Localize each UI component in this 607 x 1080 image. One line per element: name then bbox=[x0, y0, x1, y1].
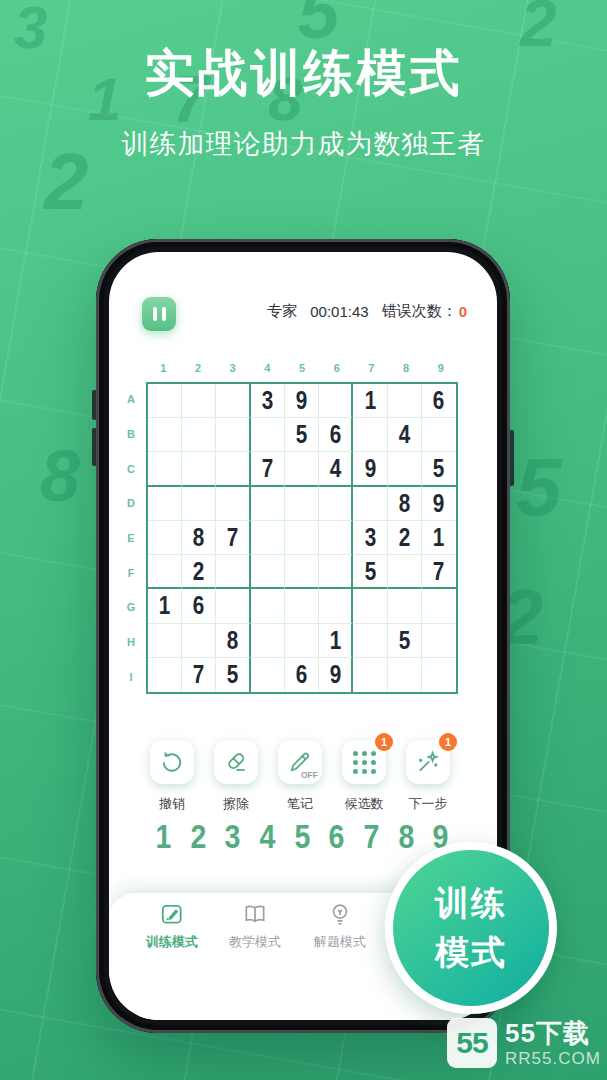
sudoku-cell-D1[interactable] bbox=[148, 487, 182, 521]
sudoku-cell-A1[interactable] bbox=[148, 384, 182, 418]
page-title: 实战训练模式 bbox=[0, 40, 607, 107]
watermark-logo: 55 bbox=[447, 1018, 497, 1068]
cell-value: 1 bbox=[159, 591, 171, 621]
column-label: 8 bbox=[389, 362, 424, 374]
sudoku-cell-B7[interactable] bbox=[353, 418, 387, 452]
sudoku-cell-H7[interactable] bbox=[353, 624, 387, 658]
erase-label: 擦除 bbox=[223, 795, 249, 813]
row-label: A bbox=[121, 382, 141, 417]
cell-value: 4 bbox=[329, 454, 341, 484]
sudoku-cell-E8[interactable]: 2 bbox=[388, 521, 422, 555]
fab-line1: 训练 bbox=[435, 879, 507, 928]
sudoku-cell-A5[interactable]: 9 bbox=[285, 384, 319, 418]
cell-value: 5 bbox=[296, 420, 308, 450]
sudoku-cell-H3[interactable]: 8 bbox=[216, 624, 250, 658]
candidates-button[interactable]: 1 bbox=[342, 740, 386, 784]
tab-solving-label: 解题模式 bbox=[314, 933, 366, 951]
cell-value: 5 bbox=[227, 660, 239, 690]
cell-value: 1 bbox=[329, 625, 341, 655]
sudoku-cell-C5[interactable] bbox=[285, 452, 319, 486]
column-label: 6 bbox=[319, 362, 354, 374]
notes-state: OFF bbox=[301, 770, 318, 780]
sudoku-cell-I4[interactable] bbox=[251, 658, 285, 692]
cell-value: 1 bbox=[433, 523, 445, 553]
sudoku-cell-G1[interactable]: 1 bbox=[148, 589, 182, 623]
sudoku-cell-H8[interactable]: 5 bbox=[388, 624, 422, 658]
sudoku-cell-D4[interactable] bbox=[251, 487, 285, 521]
background-digit: 8 bbox=[40, 440, 80, 512]
cell-value: 4 bbox=[398, 420, 410, 450]
sudoku-cell-E6[interactable] bbox=[319, 521, 353, 555]
watermark-title: 55下载 bbox=[505, 1016, 590, 1051]
column-labels: 123456789 bbox=[146, 362, 458, 374]
eraser-icon bbox=[223, 749, 249, 775]
row-label: G bbox=[121, 590, 141, 625]
row-label: C bbox=[121, 451, 141, 486]
cell-value: 9 bbox=[364, 454, 376, 484]
sudoku-cell-C1[interactable] bbox=[148, 452, 182, 486]
sudoku-cell-B4[interactable] bbox=[251, 418, 285, 452]
timer: 00:01:43 bbox=[310, 303, 368, 320]
cell-value: 7 bbox=[193, 660, 205, 690]
sudoku-cell-G6[interactable] bbox=[319, 589, 353, 623]
sudoku-cell-G7[interactable] bbox=[353, 589, 387, 623]
sudoku-cell-G4[interactable] bbox=[251, 589, 285, 623]
sudoku-cell-H2[interactable] bbox=[182, 624, 216, 658]
sudoku-cell-A3[interactable] bbox=[216, 384, 250, 418]
sudoku-cell-A4[interactable]: 3 bbox=[251, 384, 285, 418]
row-label: B bbox=[121, 417, 141, 452]
column-label: 3 bbox=[215, 362, 250, 374]
undo-button[interactable] bbox=[150, 740, 194, 784]
cell-value: 5 bbox=[433, 454, 445, 484]
magic-wand-icon bbox=[415, 749, 441, 775]
sudoku-cell-F6[interactable] bbox=[319, 555, 353, 589]
sudoku-cell-D6[interactable] bbox=[319, 487, 353, 521]
sudoku-cell-E3[interactable]: 7 bbox=[216, 521, 250, 555]
sudoku-cell-F9[interactable]: 7 bbox=[422, 555, 456, 589]
sudoku-cell-B1[interactable] bbox=[148, 418, 182, 452]
sudoku-cell-I6[interactable]: 9 bbox=[319, 658, 353, 692]
sudoku-cell-F8[interactable] bbox=[388, 555, 422, 589]
tab-teaching-label: 教学模式 bbox=[229, 933, 281, 951]
sudoku-cell-C9[interactable]: 5 bbox=[422, 452, 456, 486]
sudoku-cell-A8[interactable] bbox=[388, 384, 422, 418]
background-digit: 5 bbox=[516, 446, 562, 528]
sudoku-cell-E7[interactable]: 3 bbox=[353, 521, 387, 555]
numpad-8[interactable]: 8 bbox=[390, 819, 422, 857]
row-label: H bbox=[121, 625, 141, 660]
tab-solving-mode[interactable]: 解题模式 bbox=[300, 901, 380, 951]
column-label: 1 bbox=[146, 362, 181, 374]
book-icon bbox=[242, 901, 268, 927]
mistakes-label: 错误次数： bbox=[382, 302, 457, 321]
candidates-tool: 1 候选数 bbox=[332, 740, 396, 813]
candidates-label: 候选数 bbox=[345, 795, 384, 813]
pencil-square-icon bbox=[159, 901, 185, 927]
sudoku-cell-F3[interactable] bbox=[216, 555, 250, 589]
column-label: 5 bbox=[285, 362, 320, 374]
sudoku-cell-D3[interactable] bbox=[216, 487, 250, 521]
training-mode-fab[interactable]: 训练 模式 bbox=[385, 842, 557, 1014]
sudoku-cell-H5[interactable] bbox=[285, 624, 319, 658]
undo-icon bbox=[159, 749, 185, 775]
sudoku-cell-I1[interactable] bbox=[148, 658, 182, 692]
sudoku-cell-C7[interactable]: 9 bbox=[353, 452, 387, 486]
row-label: I bbox=[121, 659, 141, 694]
status-bar: 专家 00:01:43 错误次数： 0 bbox=[267, 302, 467, 321]
cell-value: 5 bbox=[398, 625, 410, 655]
sudoku-cell-I2[interactable]: 7 bbox=[182, 658, 216, 692]
sudoku-cell-C3[interactable] bbox=[216, 452, 250, 486]
column-label: 4 bbox=[250, 362, 285, 374]
sudoku-cell-G5[interactable] bbox=[285, 589, 319, 623]
tab-training-mode[interactable]: 训练模式 bbox=[132, 901, 212, 951]
sudoku-cell-D7[interactable] bbox=[353, 487, 387, 521]
sudoku-cell-H9[interactable] bbox=[422, 624, 456, 658]
sudoku-grid: 391656474958987321257168157569 bbox=[146, 382, 458, 694]
sudoku-cell-B5[interactable]: 5 bbox=[285, 418, 319, 452]
sudoku-cell-F1[interactable] bbox=[148, 555, 182, 589]
sudoku-cell-C4[interactable]: 7 bbox=[251, 452, 285, 486]
next-step-label: 下一步 bbox=[409, 795, 448, 813]
cell-value: 7 bbox=[227, 523, 239, 553]
sudoku-cell-D9[interactable]: 9 bbox=[422, 487, 456, 521]
sudoku-cell-G9[interactable] bbox=[422, 589, 456, 623]
sudoku-cell-B3[interactable] bbox=[216, 418, 250, 452]
sudoku-cell-E4[interactable] bbox=[251, 521, 285, 555]
sudoku-cell-I3[interactable]: 5 bbox=[216, 658, 250, 692]
next-step-tool: 1 下一步 bbox=[396, 740, 460, 813]
sudoku-cell-G8[interactable] bbox=[388, 589, 422, 623]
undo-label: 撤销 bbox=[159, 795, 185, 813]
numpad-3[interactable]: 3 bbox=[217, 819, 249, 857]
sudoku-cell-E2[interactable]: 8 bbox=[182, 521, 216, 555]
sudoku-cell-D2[interactable] bbox=[182, 487, 216, 521]
cell-value: 9 bbox=[296, 386, 308, 416]
notes-label: 笔记 bbox=[287, 795, 313, 813]
sudoku-cell-C8[interactable] bbox=[388, 452, 422, 486]
cell-value: 9 bbox=[433, 488, 445, 518]
cell-value: 9 bbox=[329, 660, 341, 690]
sudoku-cell-F4[interactable] bbox=[251, 555, 285, 589]
page-subtitle: 训练加理论助力成为数独王者 bbox=[0, 126, 607, 162]
sudoku-cell-G2[interactable]: 6 bbox=[182, 589, 216, 623]
cell-value: 8 bbox=[193, 523, 205, 553]
column-label: 2 bbox=[181, 362, 216, 374]
sudoku-cell-F2[interactable]: 2 bbox=[182, 555, 216, 589]
pause-icon bbox=[162, 307, 166, 321]
sudoku-cell-F7[interactable]: 5 bbox=[353, 555, 387, 589]
sudoku-cell-I9[interactable] bbox=[422, 658, 456, 692]
sudoku-cell-G3[interactable] bbox=[216, 589, 250, 623]
numpad-6[interactable]: 6 bbox=[321, 819, 353, 857]
sudoku-cell-B2[interactable] bbox=[182, 418, 216, 452]
next-step-badge: 1 bbox=[439, 733, 457, 751]
cell-value: 5 bbox=[364, 556, 376, 586]
sudoku-cell-I7[interactable] bbox=[353, 658, 387, 692]
sudoku-cell-E1[interactable] bbox=[148, 521, 182, 555]
row-labels: ABCDEFGHI bbox=[121, 382, 141, 694]
candidates-grid-icon bbox=[353, 751, 376, 774]
fab-line2: 模式 bbox=[435, 928, 507, 977]
cell-value: 7 bbox=[261, 454, 273, 484]
numpad-1[interactable]: 1 bbox=[147, 819, 179, 857]
numpad-4[interactable]: 4 bbox=[251, 819, 283, 857]
undo-tool: 撤销 bbox=[140, 740, 204, 813]
sudoku-cell-F5[interactable] bbox=[285, 555, 319, 589]
row-label: F bbox=[121, 555, 141, 590]
cell-value: 3 bbox=[261, 386, 273, 416]
sudoku-cell-B6[interactable]: 6 bbox=[319, 418, 353, 452]
pause-button[interactable] bbox=[142, 297, 176, 331]
sudoku-cell-A2[interactable] bbox=[182, 384, 216, 418]
cell-value: 3 bbox=[364, 523, 376, 553]
difficulty-label: 专家 bbox=[267, 302, 297, 321]
sudoku-cell-I5[interactable]: 6 bbox=[285, 658, 319, 692]
sudoku-cell-C2[interactable] bbox=[182, 452, 216, 486]
mistakes-count: 0 bbox=[459, 303, 467, 320]
sudoku-cell-E9[interactable]: 1 bbox=[422, 521, 456, 555]
sudoku-cell-D5[interactable] bbox=[285, 487, 319, 521]
cell-value: 6 bbox=[433, 386, 445, 416]
column-label: 7 bbox=[354, 362, 389, 374]
tab-teaching-mode[interactable]: 教学模式 bbox=[215, 901, 295, 951]
pause-icon bbox=[153, 307, 157, 321]
lightbulb-icon bbox=[327, 901, 353, 927]
erase-tool: 擦除 bbox=[204, 740, 268, 813]
sudoku-cell-D8[interactable]: 8 bbox=[388, 487, 422, 521]
candidates-badge: 1 bbox=[375, 733, 393, 751]
numpad-7[interactable]: 7 bbox=[355, 819, 387, 857]
sudoku-cell-A7[interactable]: 1 bbox=[353, 384, 387, 418]
next-step-button[interactable]: 1 bbox=[406, 740, 450, 784]
numpad-2[interactable]: 2 bbox=[182, 819, 214, 857]
cell-value: 6 bbox=[296, 660, 308, 690]
row-label: E bbox=[121, 521, 141, 556]
cell-value: 6 bbox=[329, 420, 341, 450]
cell-value: 1 bbox=[364, 386, 376, 416]
sudoku-cell-H4[interactable] bbox=[251, 624, 285, 658]
sudoku-cell-B8[interactable]: 4 bbox=[388, 418, 422, 452]
erase-button[interactable] bbox=[214, 740, 258, 784]
notes-tool: OFF 笔记 bbox=[268, 740, 332, 813]
sudoku-cell-A6[interactable] bbox=[319, 384, 353, 418]
sudoku-cell-E5[interactable] bbox=[285, 521, 319, 555]
number-pad: 123456789 bbox=[146, 820, 458, 856]
watermark-domain: RR55.COM bbox=[505, 1049, 601, 1069]
sudoku-cell-H6[interactable]: 1 bbox=[319, 624, 353, 658]
cell-value: 8 bbox=[227, 625, 239, 655]
row-label: D bbox=[121, 486, 141, 521]
column-label: 9 bbox=[423, 362, 458, 374]
cell-value: 2 bbox=[398, 523, 410, 553]
cell-value: 7 bbox=[433, 556, 445, 586]
cell-value: 8 bbox=[398, 488, 410, 518]
tab-training-label: 训练模式 bbox=[146, 933, 198, 951]
sudoku-cell-I8[interactable] bbox=[388, 658, 422, 692]
numpad-5[interactable]: 5 bbox=[286, 819, 318, 857]
cell-value: 6 bbox=[193, 591, 205, 621]
sudoku-cell-B9[interactable] bbox=[422, 418, 456, 452]
cell-value: 2 bbox=[193, 556, 205, 586]
sudoku-cell-C6[interactable]: 4 bbox=[319, 452, 353, 486]
sudoku-cell-A9[interactable]: 6 bbox=[422, 384, 456, 418]
sudoku-cell-H1[interactable] bbox=[148, 624, 182, 658]
notes-button[interactable]: OFF bbox=[278, 740, 322, 784]
